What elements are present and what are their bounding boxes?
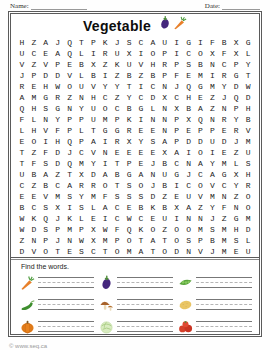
- grid-cell[interactable]: B: [162, 180, 167, 191]
- grid-cell[interactable]: S: [79, 246, 84, 257]
- grid-cell[interactable]: A: [43, 37, 48, 48]
- grid-cell[interactable]: B: [20, 202, 25, 213]
- grid-cell[interactable]: V: [246, 125, 251, 136]
- grid-cell[interactable]: M: [127, 246, 132, 257]
- grid-cell[interactable]: D: [198, 136, 203, 147]
- grid-cell[interactable]: N: [222, 103, 227, 114]
- grid-cell[interactable]: E: [150, 147, 155, 158]
- grid-cell[interactable]: S: [127, 37, 132, 48]
- grid-cell[interactable]: V: [210, 180, 215, 191]
- grid-cell[interactable]: V: [43, 59, 48, 70]
- grid-cell[interactable]: E: [186, 125, 191, 136]
- grid-cell[interactable]: N: [150, 169, 155, 180]
- grid-cell[interactable]: L: [79, 125, 84, 136]
- grid-cell[interactable]: I: [139, 81, 144, 92]
- grid-cell[interactable]: O: [186, 224, 191, 235]
- grid-cell[interactable]: A: [198, 158, 203, 169]
- grid-cell[interactable]: M: [198, 70, 203, 81]
- grid-cell[interactable]: H: [43, 81, 48, 92]
- grid-cell[interactable]: E: [222, 147, 227, 158]
- grid-cell[interactable]: N: [186, 246, 191, 257]
- grid-cell[interactable]: D: [150, 92, 155, 103]
- grid-cell[interactable]: P: [198, 235, 203, 246]
- grid-cell[interactable]: W: [20, 213, 25, 224]
- grid-cell[interactable]: C: [222, 180, 227, 191]
- grid-cell[interactable]: Y: [210, 158, 215, 169]
- grid-cell[interactable]: S: [79, 202, 84, 213]
- grid-cell[interactable]: C: [103, 92, 108, 103]
- grid-cell[interactable]: N: [198, 213, 203, 224]
- grid-cell[interactable]: N: [222, 191, 227, 202]
- grid-cell[interactable]: F: [210, 37, 215, 48]
- grid-cell[interactable]: F: [115, 224, 120, 235]
- grid-cell[interactable]: S: [43, 224, 48, 235]
- grid-cell[interactable]: N: [186, 213, 191, 224]
- answer-write-line[interactable]: [196, 321, 252, 332]
- grid-cell[interactable]: D: [55, 158, 60, 169]
- grid-cell[interactable]: Q: [186, 81, 191, 92]
- grid-cell[interactable]: M: [55, 191, 60, 202]
- grid-cell[interactable]: P: [115, 235, 120, 246]
- grid-cell[interactable]: I: [103, 213, 108, 224]
- grid-cell[interactable]: S: [186, 235, 191, 246]
- grid-cell[interactable]: T: [20, 147, 25, 158]
- grid-cell[interactable]: I: [210, 70, 215, 81]
- grid-cell[interactable]: N: [67, 235, 72, 246]
- grid-cell[interactable]: X: [91, 235, 96, 246]
- grid-cell[interactable]: E: [198, 92, 203, 103]
- grid-cell[interactable]: H: [55, 136, 60, 147]
- grid-cell[interactable]: N: [43, 114, 48, 125]
- grid-cell[interactable]: C: [150, 81, 155, 92]
- grid-cell[interactable]: E: [139, 125, 144, 136]
- grid-cell[interactable]: L: [91, 202, 96, 213]
- answer-write-line[interactable]: [38, 299, 94, 310]
- grid-cell[interactable]: I: [103, 136, 108, 147]
- grid-cell[interactable]: Z: [115, 92, 120, 103]
- grid-cell[interactable]: J: [234, 136, 239, 147]
- grid-cell[interactable]: E: [20, 136, 25, 147]
- grid-cell[interactable]: S: [210, 224, 215, 235]
- grid-cell[interactable]: X: [234, 37, 239, 48]
- grid-cell[interactable]: Z: [67, 92, 72, 103]
- grid-cell[interactable]: S: [139, 191, 144, 202]
- grid-cell[interactable]: O: [162, 246, 167, 257]
- grid-cell[interactable]: X: [210, 48, 215, 59]
- grid-cell[interactable]: M: [103, 114, 108, 125]
- grid-cell[interactable]: C: [174, 92, 179, 103]
- answer-write-line[interactable]: [196, 299, 252, 310]
- grid-cell[interactable]: H: [234, 224, 239, 235]
- grid-cell[interactable]: A: [210, 169, 215, 180]
- grid-cell[interactable]: R: [222, 70, 227, 81]
- grid-cell[interactable]: P: [91, 37, 96, 48]
- grid-cell[interactable]: B: [115, 169, 120, 180]
- grid-cell[interactable]: P: [127, 158, 132, 169]
- grid-cell[interactable]: O: [198, 147, 203, 158]
- grid-cell[interactable]: C: [174, 158, 179, 169]
- grid-cell[interactable]: K: [67, 213, 72, 224]
- grid-cell[interactable]: P: [162, 70, 167, 81]
- grid-cell[interactable]: D: [31, 224, 36, 235]
- grid-cell[interactable]: U: [186, 191, 191, 202]
- grid-cell[interactable]: O: [198, 180, 203, 191]
- grid-cell[interactable]: Q: [234, 92, 239, 103]
- grid-cell[interactable]: B: [127, 70, 132, 81]
- grid-cell[interactable]: P: [115, 114, 120, 125]
- grid-cell[interactable]: P: [79, 224, 84, 235]
- grid-cell[interactable]: O: [103, 180, 108, 191]
- grid-cell[interactable]: D: [43, 70, 48, 81]
- grid-cell[interactable]: M: [67, 224, 72, 235]
- grid-cell[interactable]: Z: [222, 213, 227, 224]
- grid-cell[interactable]: L: [31, 114, 36, 125]
- grid-cell[interactable]: G: [103, 125, 108, 136]
- grid-cell[interactable]: R: [127, 125, 132, 136]
- grid-cell[interactable]: X: [127, 136, 132, 147]
- grid-cell[interactable]: E: [115, 147, 120, 158]
- grid-cell[interactable]: O: [198, 48, 203, 59]
- grid-cell[interactable]: J: [55, 235, 60, 246]
- grid-cell[interactable]: P: [174, 59, 179, 70]
- grid-cell[interactable]: U: [210, 136, 215, 147]
- grid-cell[interactable]: K: [31, 213, 36, 224]
- grid-cell[interactable]: V: [20, 59, 25, 70]
- name-write-line[interactable]: [31, 2, 87, 10]
- date-write-line[interactable]: [222, 2, 260, 10]
- grid-cell[interactable]: I: [174, 213, 179, 224]
- grid-cell[interactable]: A: [139, 169, 144, 180]
- grid-cell[interactable]: E: [91, 213, 96, 224]
- grid-cell[interactable]: B: [79, 59, 84, 70]
- grid-cell[interactable]: V: [139, 59, 144, 70]
- grid-cell[interactable]: B: [139, 202, 144, 213]
- grid-cell[interactable]: E: [234, 246, 239, 257]
- grid-cell[interactable]: S: [234, 235, 239, 246]
- grid-cell[interactable]: Z: [234, 191, 239, 202]
- grid-cell[interactable]: A: [139, 246, 144, 257]
- grid-cell[interactable]: S: [43, 202, 48, 213]
- grid-cell[interactable]: B: [162, 158, 167, 169]
- grid-cell[interactable]: W: [103, 224, 108, 235]
- grid-cell[interactable]: M: [103, 235, 108, 246]
- grid-cell[interactable]: K: [139, 224, 144, 235]
- grid-cell[interactable]: A: [103, 169, 108, 180]
- grid-cell[interactable]: M: [79, 158, 84, 169]
- grid-cell[interactable]: B: [150, 70, 155, 81]
- grid-cell[interactable]: L: [234, 158, 239, 169]
- grid-cell[interactable]: P: [55, 224, 60, 235]
- grid-cell[interactable]: N: [31, 235, 36, 246]
- grid-cell[interactable]: N: [162, 81, 167, 92]
- grid-cell[interactable]: I: [91, 48, 96, 59]
- grid-cell[interactable]: I: [139, 48, 144, 59]
- grid-cell[interactable]: N: [210, 114, 215, 125]
- grid-cell[interactable]: N: [162, 125, 167, 136]
- grid-cell[interactable]: F: [55, 125, 60, 136]
- grid-cell[interactable]: V: [31, 246, 36, 257]
- answer-write-line[interactable]: [38, 321, 94, 332]
- grid-cell[interactable]: O: [139, 180, 144, 191]
- grid-cell[interactable]: V: [43, 125, 48, 136]
- grid-cell[interactable]: G: [139, 103, 144, 114]
- grid-cell[interactable]: V: [91, 81, 96, 92]
- grid-cell[interactable]: Q: [127, 224, 132, 235]
- grid-cell[interactable]: X: [127, 48, 132, 59]
- grid-cell[interactable]: Q: [43, 213, 48, 224]
- grid-cell[interactable]: U: [91, 103, 96, 114]
- grid-cell[interactable]: T: [20, 158, 25, 169]
- grid-cell[interactable]: F: [43, 147, 48, 158]
- grid-cell[interactable]: C: [198, 169, 203, 180]
- grid-cell[interactable]: S: [246, 158, 251, 169]
- grid-cell[interactable]: U: [162, 169, 167, 180]
- grid-cell[interactable]: F: [222, 48, 227, 59]
- grid-cell[interactable]: T: [67, 169, 72, 180]
- grid-cell[interactable]: E: [43, 48, 48, 59]
- grid-cell[interactable]: O: [174, 235, 179, 246]
- grid-cell[interactable]: R: [222, 114, 227, 125]
- grid-cell[interactable]: H: [246, 169, 251, 180]
- grid-cell[interactable]: T: [246, 70, 251, 81]
- grid-cell[interactable]: T: [115, 158, 120, 169]
- grid-cell[interactable]: T: [115, 180, 120, 191]
- grid-cell[interactable]: G: [127, 169, 132, 180]
- grid-cell[interactable]: J: [222, 92, 227, 103]
- grid-cell[interactable]: X: [186, 114, 191, 125]
- grid-cell[interactable]: E: [222, 125, 227, 136]
- grid-cell[interactable]: Y: [234, 114, 239, 125]
- grid-cell[interactable]: V: [67, 70, 72, 81]
- grid-cell[interactable]: M: [222, 246, 227, 257]
- grid-cell[interactable]: Y: [246, 59, 251, 70]
- grid-cell[interactable]: B: [127, 103, 132, 114]
- grid-cell[interactable]: M: [210, 191, 215, 202]
- grid-cell[interactable]: N: [103, 147, 108, 158]
- grid-cell[interactable]: Z: [234, 147, 239, 158]
- grid-cell[interactable]: I: [174, 48, 179, 59]
- grid-cell[interactable]: I: [210, 147, 215, 158]
- grid-cell[interactable]: G: [234, 70, 239, 81]
- grid-cell[interactable]: P: [174, 125, 179, 136]
- grid-cell[interactable]: H: [91, 92, 96, 103]
- grid-cell[interactable]: C: [139, 37, 144, 48]
- grid-cell[interactable]: C: [31, 202, 36, 213]
- grid-cell[interactable]: D: [246, 92, 251, 103]
- grid-cell[interactable]: C: [79, 147, 84, 158]
- grid-cell[interactable]: M: [31, 92, 36, 103]
- grid-cell[interactable]: R: [103, 48, 108, 59]
- grid-cell[interactable]: L: [79, 48, 84, 59]
- grid-cell[interactable]: O: [246, 202, 251, 213]
- grid-cell[interactable]: G: [198, 81, 203, 92]
- grid-cell[interactable]: H: [20, 37, 25, 48]
- grid-cell[interactable]: B: [198, 59, 203, 70]
- grid-cell[interactable]: J: [67, 147, 72, 158]
- grid-cell[interactable]: U: [91, 114, 96, 125]
- grid-cell[interactable]: K: [150, 202, 155, 213]
- grid-cell[interactable]: N: [234, 202, 239, 213]
- grid-cell[interactable]: D: [174, 246, 179, 257]
- grid-cell[interactable]: O: [103, 103, 108, 114]
- grid-cell[interactable]: C: [91, 246, 96, 257]
- grid-cell[interactable]: E: [186, 70, 191, 81]
- grid-cell[interactable]: Z: [20, 235, 25, 246]
- grid-cell[interactable]: O: [67, 81, 72, 92]
- grid-cell[interactable]: X: [174, 103, 179, 114]
- grid-cell[interactable]: Z: [103, 59, 108, 70]
- grid-cell[interactable]: Y: [103, 81, 108, 92]
- grid-cell[interactable]: A: [103, 202, 108, 213]
- grid-cell[interactable]: P: [79, 114, 84, 125]
- grid-cell[interactable]: O: [174, 224, 179, 235]
- grid-cell[interactable]: N: [162, 114, 167, 125]
- grid-cell[interactable]: Y: [79, 191, 84, 202]
- grid-cell[interactable]: B: [162, 202, 167, 213]
- grid-cell[interactable]: N: [210, 59, 215, 70]
- grid-cell[interactable]: Q: [67, 136, 72, 147]
- grid-cell[interactable]: K: [115, 59, 120, 70]
- grid-cell[interactable]: D: [55, 70, 60, 81]
- grid-cell[interactable]: W: [55, 81, 60, 92]
- grid-cell[interactable]: A: [20, 92, 25, 103]
- grid-cell[interactable]: F: [31, 158, 36, 169]
- grid-cell[interactable]: W: [79, 235, 84, 246]
- grid-cell[interactable]: P: [234, 103, 239, 114]
- grid-cell[interactable]: A: [186, 202, 191, 213]
- grid-cell[interactable]: C: [55, 180, 60, 191]
- grid-cell[interactable]: Z: [115, 70, 120, 81]
- grid-cell[interactable]: D: [150, 191, 155, 202]
- grid-cell[interactable]: G: [234, 213, 239, 224]
- grid-cell[interactable]: A: [150, 235, 155, 246]
- grid-cell[interactable]: M: [246, 213, 251, 224]
- grid-cell[interactable]: P: [67, 125, 72, 136]
- grid-cell[interactable]: X: [79, 169, 84, 180]
- grid-cell[interactable]: C: [31, 48, 36, 59]
- grid-cell[interactable]: Y: [127, 92, 132, 103]
- grid-cell[interactable]: I: [103, 158, 108, 169]
- grid-cell[interactable]: N: [67, 103, 72, 114]
- grid-cell[interactable]: P: [174, 114, 179, 125]
- grid-cell[interactable]: E: [67, 246, 72, 257]
- grid-cell[interactable]: I: [67, 202, 72, 213]
- grid-cell[interactable]: E: [127, 147, 132, 158]
- grid-cell[interactable]: V: [91, 147, 96, 158]
- grid-cell[interactable]: G: [174, 169, 179, 180]
- grid-cell[interactable]: Y: [139, 136, 144, 147]
- grid-cell[interactable]: Y: [91, 158, 96, 169]
- grid-cell[interactable]: E: [139, 147, 144, 158]
- grid-cell[interactable]: G: [186, 37, 191, 48]
- grid-cell[interactable]: L: [79, 213, 84, 224]
- grid-cell[interactable]: C: [20, 180, 25, 191]
- grid-cell[interactable]: V: [198, 246, 203, 257]
- grid-cell[interactable]: T: [79, 37, 84, 48]
- grid-cell[interactable]: M: [198, 224, 203, 235]
- grid-cell[interactable]: X: [162, 147, 167, 158]
- grid-cell[interactable]: E: [127, 202, 132, 213]
- answer-write-line[interactable]: [117, 321, 173, 332]
- grid-cell[interactable]: I: [174, 37, 179, 48]
- grid-cell[interactable]: H: [31, 125, 36, 136]
- grid-cell[interactable]: S: [43, 103, 48, 114]
- answer-write-line[interactable]: [117, 277, 173, 288]
- grid-cell[interactable]: J: [115, 37, 120, 48]
- grid-cell[interactable]: F: [103, 191, 108, 202]
- grid-cell[interactable]: X: [234, 48, 239, 59]
- grid-cell[interactable]: B: [43, 180, 48, 191]
- grid-cell[interactable]: E: [31, 81, 36, 92]
- grid-cell[interactable]: Z: [55, 169, 60, 180]
- grid-cell[interactable]: E: [67, 59, 72, 70]
- grid-cell[interactable]: P: [234, 59, 239, 70]
- grid-cell[interactable]: D: [91, 169, 96, 180]
- grid-cell[interactable]: L: [79, 70, 84, 81]
- grid-cell[interactable]: O: [150, 224, 155, 235]
- grid-cell[interactable]: W: [20, 224, 25, 235]
- grid-cell[interactable]: J: [150, 180, 155, 191]
- grid-cell[interactable]: D: [55, 147, 60, 158]
- grid-cell[interactable]: P: [43, 235, 48, 246]
- grid-cell[interactable]: H: [246, 103, 251, 114]
- grid-cell[interactable]: R: [246, 180, 251, 191]
- grid-cell[interactable]: G: [55, 103, 60, 114]
- grid-cell[interactable]: R: [234, 125, 239, 136]
- grid-cell[interactable]: Q: [67, 37, 72, 48]
- grid-cell[interactable]: B: [91, 70, 96, 81]
- grid-cell[interactable]: A: [198, 103, 203, 114]
- grid-cell[interactable]: X: [91, 59, 96, 70]
- grid-cell[interactable]: E: [174, 191, 179, 202]
- grid-cell[interactable]: E: [20, 191, 25, 202]
- grid-cell[interactable]: P: [210, 125, 215, 136]
- grid-cell[interactable]: Z: [162, 191, 167, 202]
- grid-cell[interactable]: C: [186, 180, 191, 191]
- grid-cell[interactable]: T: [139, 235, 144, 246]
- grid-cell[interactable]: J: [55, 37, 60, 48]
- grid-cell[interactable]: X: [91, 224, 96, 235]
- grid-cell[interactable]: Z: [198, 202, 203, 213]
- grid-cell[interactable]: R: [79, 180, 84, 191]
- grid-cell[interactable]: Y: [210, 202, 215, 213]
- grid-cell[interactable]: G: [222, 169, 227, 180]
- grid-cell[interactable]: D: [246, 224, 251, 235]
- grid-cell[interactable]: P: [31, 70, 36, 81]
- grid-cell[interactable]: Q: [20, 103, 25, 114]
- grid-cell[interactable]: O: [115, 246, 120, 257]
- grid-cell[interactable]: V: [198, 191, 203, 202]
- grid-cell[interactable]: R: [91, 180, 96, 191]
- grid-cell[interactable]: Y: [55, 114, 60, 125]
- grid-cell[interactable]: K: [127, 114, 132, 125]
- grid-cell[interactable]: N: [162, 103, 167, 114]
- grid-cell[interactable]: J: [174, 81, 179, 92]
- grid-cell[interactable]: E: [150, 213, 155, 224]
- grid-cell[interactable]: B: [210, 235, 215, 246]
- grid-cell[interactable]: P: [55, 59, 60, 70]
- grid-cell[interactable]: I: [174, 180, 179, 191]
- grid-cell[interactable]: F: [222, 202, 227, 213]
- grid-cell[interactable]: M: [210, 81, 215, 92]
- grid-cell[interactable]: S: [127, 191, 132, 202]
- grid-cell[interactable]: T: [162, 235, 167, 246]
- grid-cell[interactable]: R: [162, 59, 167, 70]
- grid-cell[interactable]: Z: [31, 59, 36, 70]
- grid-cell[interactable]: M: [222, 158, 227, 169]
- grid-cell[interactable]: M: [246, 136, 251, 147]
- grid-cell[interactable]: C: [139, 92, 144, 103]
